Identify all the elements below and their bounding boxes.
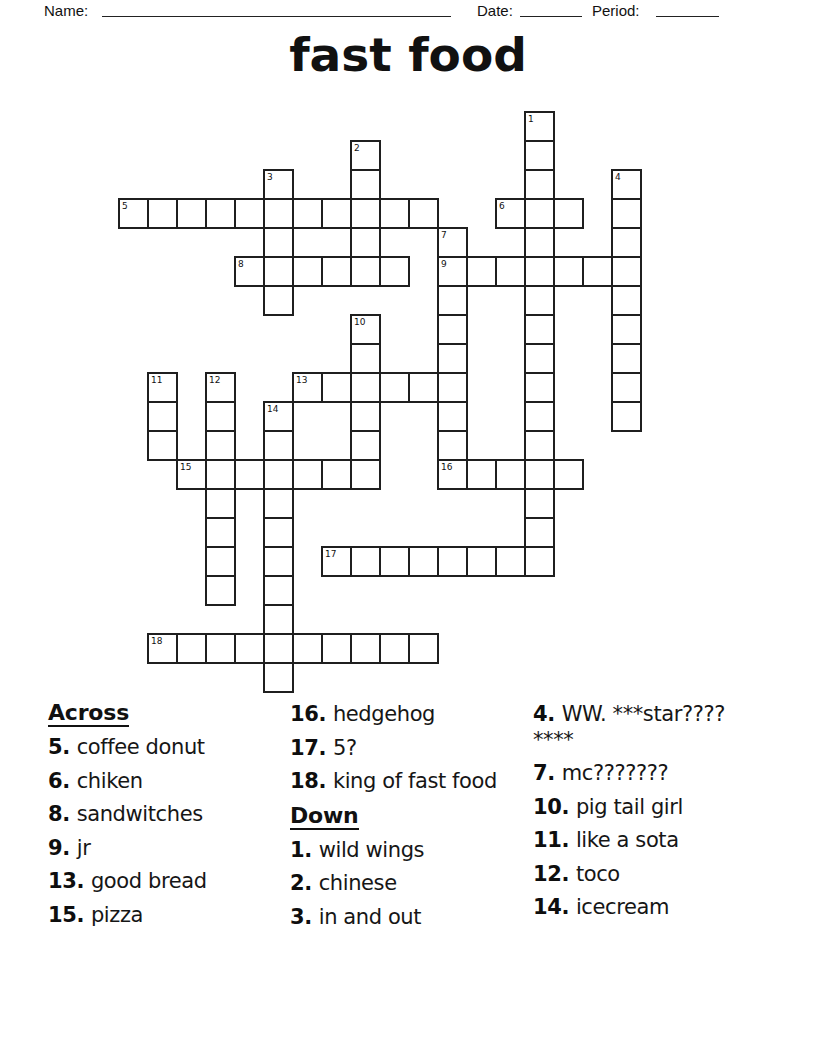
clue-item: 10. pig tail girl <box>533 795 739 821</box>
grid-cell[interactable] <box>437 546 468 577</box>
grid-cell[interactable] <box>524 140 555 171</box>
date-blank-line[interactable] <box>520 16 582 17</box>
clue-item: 17. 5? <box>290 736 498 762</box>
grid-cell[interactable] <box>263 575 294 606</box>
clue-number: 17 <box>325 549 336 559</box>
clue-item: 5. coffee donut <box>48 735 285 761</box>
clue-list-heading: Down <box>290 803 359 830</box>
grid-cell[interactable] <box>205 546 236 577</box>
clue-item-number: 7. <box>533 761 562 785</box>
clue-item: 16. hedgehog <box>290 702 498 728</box>
crossword-grid: 123456789101112131415161718 <box>118 111 642 693</box>
grid-cell[interactable] <box>234 198 265 229</box>
clue-item: 7. mc??????? <box>533 761 739 787</box>
grid-cell[interactable] <box>321 372 352 403</box>
grid-cell[interactable] <box>524 169 555 200</box>
clue-item: 9. jr <box>48 836 285 862</box>
clue-item-number: 1. <box>290 838 319 862</box>
clue-item-number: 13. <box>48 869 91 893</box>
grid-cell[interactable] <box>553 198 584 229</box>
grid-cell[interactable] <box>524 227 555 258</box>
grid-cell[interactable] <box>350 459 381 490</box>
clue-column-across: Across5. coffee donut6. chiken8. sandwit… <box>48 700 285 936</box>
clue-number: 12 <box>209 375 220 385</box>
grid-cell[interactable] <box>263 546 294 577</box>
grid-cell[interactable] <box>205 488 236 519</box>
grid-cell[interactable] <box>321 459 352 490</box>
clue-number: 1 <box>528 114 534 124</box>
grid-cell[interactable] <box>437 401 468 432</box>
clue-item-number: 15. <box>48 903 91 927</box>
grid-cell[interactable] <box>205 575 236 606</box>
grid-cell[interactable] <box>321 198 352 229</box>
grid-cell[interactable] <box>408 198 439 229</box>
grid-cell[interactable]: 5 <box>118 198 149 229</box>
name-label: Name: <box>44 2 88 19</box>
grid-cell[interactable] <box>263 285 294 316</box>
grid-cell[interactable] <box>437 372 468 403</box>
grid-cell[interactable] <box>263 459 294 490</box>
grid-cell[interactable] <box>524 372 555 403</box>
clue-number: 9 <box>441 259 447 269</box>
date-label: Date: <box>477 2 513 19</box>
grid-cell[interactable] <box>205 430 236 461</box>
clue-number: 6 <box>499 201 505 211</box>
grid-cell[interactable] <box>292 633 323 664</box>
clue-number: 14 <box>267 404 278 414</box>
grid-cell[interactable]: 4 <box>611 169 642 200</box>
grid-cell[interactable]: 18 <box>147 633 178 664</box>
clue-number: 2 <box>354 143 360 153</box>
grid-cell[interactable] <box>611 372 642 403</box>
grid-cell[interactable] <box>147 430 178 461</box>
grid-cell[interactable] <box>205 633 236 664</box>
grid-cell[interactable] <box>408 372 439 403</box>
clue-number: 16 <box>441 462 452 472</box>
clue-item-number: 6. <box>48 769 77 793</box>
clue-item: 14. icecream <box>533 895 739 921</box>
grid-cell[interactable] <box>466 459 497 490</box>
grid-cell[interactable]: 16 <box>437 459 468 490</box>
clue-item: 13. good bread <box>48 869 285 895</box>
grid-cell[interactable] <box>292 256 323 287</box>
grid-cell[interactable] <box>350 372 381 403</box>
clue-number: 5 <box>122 201 128 211</box>
grid-cell[interactable] <box>524 517 555 548</box>
grid-cell[interactable] <box>263 604 294 635</box>
grid-cell[interactable] <box>263 662 294 693</box>
clue-item-number: 4. <box>533 702 562 726</box>
grid-cell[interactable] <box>205 198 236 229</box>
grid-cell[interactable] <box>263 256 294 287</box>
grid-cell[interactable] <box>321 633 352 664</box>
grid-cell[interactable] <box>611 285 642 316</box>
grid-cell[interactable] <box>379 546 410 577</box>
grid-cell[interactable]: 10 <box>350 314 381 345</box>
grid-cell[interactable] <box>408 546 439 577</box>
clue-number: 13 <box>296 375 307 385</box>
grid-cell[interactable] <box>321 256 352 287</box>
grid-cell[interactable] <box>263 430 294 461</box>
clue-number: 7 <box>441 230 447 240</box>
grid-cell[interactable] <box>205 517 236 548</box>
clue-item: 3. in and out <box>290 905 498 931</box>
grid-cell[interactable] <box>147 198 178 229</box>
period-label: Period: <box>592 2 640 19</box>
grid-cell[interactable] <box>495 256 526 287</box>
clue-item-number: 17. <box>290 736 333 760</box>
grid-cell[interactable]: 2 <box>350 140 381 171</box>
grid-cell[interactable] <box>379 372 410 403</box>
grid-cell[interactable] <box>350 198 381 229</box>
grid-cell[interactable] <box>379 633 410 664</box>
grid-cell[interactable] <box>611 256 642 287</box>
grid-cell[interactable] <box>466 256 497 287</box>
clue-item-number: 3. <box>290 905 319 929</box>
puzzle-title: fast food <box>0 27 816 82</box>
grid-cell[interactable] <box>611 401 642 432</box>
clue-item: 4. WW. ***star????**** <box>533 702 739 753</box>
clue-number: 18 <box>151 636 162 646</box>
clue-item-number: 9. <box>48 836 77 860</box>
clue-item-number: 12. <box>533 862 576 886</box>
grid-cell[interactable] <box>350 256 381 287</box>
grid-cell[interactable]: 11 <box>147 372 178 403</box>
grid-cell[interactable] <box>379 256 410 287</box>
grid-cell[interactable] <box>524 198 555 229</box>
clue-item-number: 16. <box>290 702 333 726</box>
grid-cell[interactable] <box>495 546 526 577</box>
grid-cell[interactable] <box>524 314 555 345</box>
clue-item-number: 18. <box>290 769 333 793</box>
grid-cell[interactable] <box>350 401 381 432</box>
grid-cell[interactable]: 17 <box>321 546 352 577</box>
clue-item: 12. toco <box>533 862 739 888</box>
grid-cell[interactable] <box>408 633 439 664</box>
grid-cell[interactable] <box>611 314 642 345</box>
grid-cell[interactable] <box>524 430 555 461</box>
clue-number: 8 <box>238 259 244 269</box>
grid-cell[interactable] <box>263 517 294 548</box>
grid-cell[interactable] <box>524 285 555 316</box>
grid-cell[interactable] <box>292 198 323 229</box>
grid-cell[interactable]: 13 <box>292 372 323 403</box>
clue-item: 6. chiken <box>48 769 285 795</box>
clue-item: 1. wild wings <box>290 838 498 864</box>
grid-cell[interactable]: 7 <box>437 227 468 258</box>
grid-cell[interactable] <box>205 401 236 432</box>
grid-cell[interactable] <box>350 169 381 200</box>
clue-item-number: 14. <box>533 895 576 919</box>
grid-cell[interactable] <box>263 488 294 519</box>
grid-cell[interactable] <box>466 546 497 577</box>
grid-cell[interactable]: 12 <box>205 372 236 403</box>
grid-cell[interactable] <box>524 343 555 374</box>
grid-cell[interactable] <box>437 285 468 316</box>
clue-number: 3 <box>267 172 273 182</box>
grid-cell[interactable] <box>524 488 555 519</box>
grid-cell[interactable]: 9 <box>437 256 468 287</box>
grid-cell[interactable] <box>379 198 410 229</box>
clue-item: 2. chinese <box>290 871 498 897</box>
grid-cell[interactable] <box>234 459 265 490</box>
clue-item: 15. pizza <box>48 903 285 929</box>
grid-cell[interactable] <box>350 633 381 664</box>
grid-cell[interactable] <box>553 256 584 287</box>
clue-item-number: 8. <box>48 802 77 826</box>
clue-column-middle: 16. hedgehog17. 5?18. king of fast foodD… <box>290 702 498 938</box>
clue-number: 4 <box>615 172 621 182</box>
grid-cell[interactable] <box>350 430 381 461</box>
grid-cell[interactable] <box>437 430 468 461</box>
clue-number: 11 <box>151 375 162 385</box>
grid-cell[interactable] <box>553 459 584 490</box>
grid-cell[interactable]: 15 <box>176 459 207 490</box>
grid-cell[interactable] <box>524 401 555 432</box>
grid-cell[interactable] <box>350 227 381 258</box>
clue-list-heading: Across <box>48 700 129 727</box>
name-blank-line[interactable] <box>102 16 451 17</box>
clue-item: 8. sandwitches <box>48 802 285 828</box>
grid-cell[interactable] <box>495 459 526 490</box>
grid-cell[interactable] <box>437 343 468 374</box>
grid-cell[interactable] <box>524 546 555 577</box>
clue-item-number: 10. <box>533 795 576 819</box>
grid-cell[interactable] <box>582 256 613 287</box>
clue-item: 18. king of fast food <box>290 769 498 795</box>
grid-cell[interactable] <box>611 343 642 374</box>
grid-cell[interactable] <box>524 459 555 490</box>
grid-cell[interactable] <box>524 256 555 287</box>
grid-cell[interactable] <box>292 459 323 490</box>
grid-cell[interactable]: 6 <box>495 198 526 229</box>
clue-item-number: 11. <box>533 828 576 852</box>
grid-cell[interactable] <box>176 198 207 229</box>
grid-cell[interactable] <box>147 401 178 432</box>
period-blank-line[interactable] <box>656 16 719 17</box>
clue-item-number: 5. <box>48 735 77 759</box>
clue-column-down: 4. WW. ***star????****7. mc???????10. pi… <box>533 702 739 929</box>
grid-cell[interactable] <box>176 633 207 664</box>
grid-cell[interactable]: 3 <box>263 169 294 200</box>
grid-cell[interactable] <box>263 198 294 229</box>
grid-cell[interactable]: 1 <box>524 111 555 142</box>
grid-cell[interactable] <box>611 227 642 258</box>
grid-cell[interactable] <box>263 227 294 258</box>
grid-cell[interactable]: 8 <box>234 256 265 287</box>
grid-cell[interactable] <box>263 633 294 664</box>
clue-number: 15 <box>180 462 191 472</box>
clue-item: 11. like a sota <box>533 828 739 854</box>
clue-item-number: 2. <box>290 871 319 895</box>
grid-cell[interactable] <box>350 343 381 374</box>
grid-cell[interactable] <box>350 546 381 577</box>
grid-cell[interactable]: 14 <box>263 401 294 432</box>
grid-cell[interactable] <box>611 198 642 229</box>
clue-number: 10 <box>354 317 365 327</box>
grid-cell[interactable] <box>437 314 468 345</box>
grid-cell[interactable] <box>234 633 265 664</box>
grid-cell[interactable] <box>205 459 236 490</box>
